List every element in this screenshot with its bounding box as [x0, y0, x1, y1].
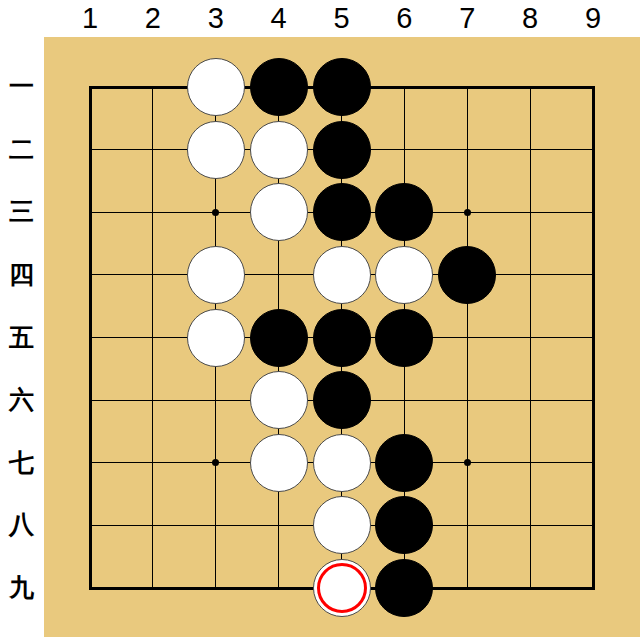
- black-stone: [313, 309, 371, 367]
- row-label-3: 三: [0, 197, 43, 227]
- black-stone: [313, 371, 371, 429]
- white-stone: [250, 434, 308, 492]
- white-stone: [187, 58, 245, 116]
- white-stone: [250, 121, 308, 179]
- white-stone: [313, 559, 371, 617]
- black-stone: [313, 183, 371, 241]
- column-label-7: 7: [447, 1, 487, 35]
- black-stone: [250, 309, 308, 367]
- column-label-3: 3: [196, 1, 236, 35]
- white-stone: [187, 309, 245, 367]
- column-label-6: 6: [384, 1, 424, 35]
- row-label-6: 六: [0, 385, 43, 415]
- white-stone: [375, 246, 433, 304]
- black-stone: [313, 58, 371, 116]
- grid-line-vertical: [592, 86, 595, 590]
- black-stone: [375, 559, 433, 617]
- grid-line-vertical: [530, 86, 531, 590]
- column-label-2: 2: [133, 1, 173, 35]
- star-point: [212, 209, 219, 216]
- black-stone: [375, 434, 433, 492]
- column-label-8: 8: [510, 1, 550, 35]
- column-label-4: 4: [259, 1, 299, 35]
- column-label-9: 9: [573, 1, 613, 35]
- grid-line-vertical: [467, 86, 468, 590]
- column-label-5: 5: [322, 1, 362, 35]
- column-label-1: 1: [70, 1, 110, 35]
- black-stone: [375, 309, 433, 367]
- white-stone: [187, 121, 245, 179]
- row-label-7: 七: [0, 448, 43, 478]
- white-stone: [250, 183, 308, 241]
- row-label-5: 五: [0, 323, 43, 353]
- black-stone: [250, 58, 308, 116]
- row-label-9: 九: [0, 573, 43, 603]
- star-point: [464, 459, 471, 466]
- white-stone: [187, 246, 245, 304]
- row-label-4: 四: [0, 260, 43, 290]
- row-label-1: 一: [0, 72, 43, 102]
- row-label-2: 二: [0, 135, 43, 165]
- white-stone: [250, 371, 308, 429]
- black-stone: [438, 246, 496, 304]
- white-stone: [313, 246, 371, 304]
- white-stone: [313, 434, 371, 492]
- row-label-8: 八: [0, 510, 43, 540]
- black-stone: [313, 121, 371, 179]
- star-point: [464, 209, 471, 216]
- white-stone: [313, 496, 371, 554]
- last-move-marker: [317, 563, 367, 613]
- go-diagram-page: 1 2 3 4 5 6 7 8 9 一 二 三 四 五 六 七 八 九: [0, 0, 640, 637]
